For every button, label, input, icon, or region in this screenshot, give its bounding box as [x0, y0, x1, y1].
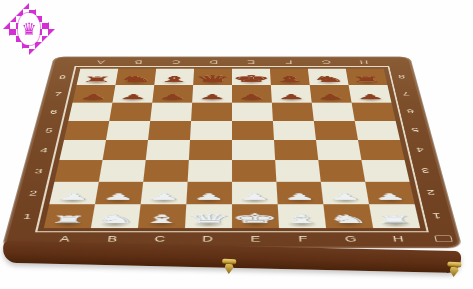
piece-shadow [240, 221, 271, 228]
square-f3 [275, 160, 321, 181]
square-e4 [232, 140, 275, 160]
square-c1: ♝ [138, 204, 186, 228]
square-d6 [191, 103, 232, 121]
clasp-hinge [447, 262, 461, 268]
piece-shadow [200, 80, 226, 85]
square-c7: ♟ [152, 85, 193, 102]
file-label-h: H [344, 58, 383, 67]
square-b2: ♟ [95, 182, 143, 205]
square-c8: ♝ [154, 69, 194, 85]
piece-shadow [159, 97, 186, 102]
square-b7: ♟ [112, 85, 154, 102]
square-f5 [273, 121, 316, 140]
square-d4 [189, 140, 232, 160]
square-h3 [361, 160, 409, 181]
piece-shadow [57, 197, 89, 204]
file-label-a: A [81, 58, 120, 67]
brass-clasp-right [446, 262, 461, 280]
rank-label-8: 8 [388, 69, 414, 85]
piece-clear-knight-b1: ♞ [67, 213, 164, 224]
piece-clear-bishop-f1: ♝ [254, 213, 350, 224]
piece-shadow [148, 197, 179, 204]
square-f7: ♟ [271, 85, 312, 102]
square-h6 [352, 103, 396, 121]
file-label-e: E [232, 231, 280, 245]
piece-clear-pawn-e2: ♟ [208, 192, 301, 201]
piece-shadow [357, 97, 384, 102]
piece-shadow [119, 97, 146, 102]
file-label-d: D [184, 231, 232, 245]
square-b4 [103, 140, 148, 160]
file-label-h: H [374, 231, 425, 245]
square-g1: ♞ [323, 204, 373, 228]
rank-label-8: 8 [50, 69, 76, 85]
piece-shadow [194, 197, 224, 204]
piece-clear-pawn-g2: ♟ [298, 192, 392, 201]
square-a4 [59, 140, 106, 160]
square-e2: ♟ [232, 182, 278, 205]
square-h1: ♜ [369, 204, 420, 228]
piece-shadow [146, 221, 178, 228]
square-f8: ♝ [270, 69, 310, 85]
rank-label-6: 6 [396, 103, 424, 121]
piece-clear-pawn-b2: ♟ [72, 192, 166, 201]
file-label-e: E [232, 58, 270, 67]
square-b1: ♞ [91, 204, 141, 228]
rank-label-6: 6 [40, 103, 68, 121]
square-g5 [314, 121, 358, 140]
square-b8: ♞ [115, 69, 156, 85]
square-g8: ♞ [308, 69, 349, 85]
square-a1: ♜ [44, 204, 95, 228]
piece-shadow [316, 80, 342, 85]
rank-label-5: 5 [400, 121, 429, 140]
square-e5 [232, 121, 274, 140]
piece-shadow [103, 197, 134, 204]
rank-label-2: 2 [18, 182, 49, 205]
rank-label-1: 1 [11, 204, 44, 228]
square-g3 [318, 160, 365, 181]
square-b3 [99, 160, 146, 181]
square-h5 [355, 121, 400, 140]
piece-clear-king-e1: ♚ [207, 212, 303, 225]
square-d1: ♛ [185, 204, 232, 228]
square-c4 [146, 140, 190, 160]
piece-clear-pawn-c2: ♟ [117, 192, 210, 201]
piece-shadow [330, 197, 361, 204]
rank-label-2: 2 [415, 182, 446, 205]
square-d2: ♟ [186, 182, 232, 205]
file-label-f: F [279, 231, 328, 245]
piece-shadow [238, 80, 264, 85]
square-h7: ♟ [349, 85, 392, 102]
piece-shadow [239, 97, 266, 102]
file-label-c: C [156, 58, 194, 67]
square-d7: ♟ [192, 85, 232, 102]
square-h4 [358, 140, 405, 160]
photo-scene: ♛ 87654321 87654321 ABCDEFGH ABCDEFGH ♜♞… [0, 0, 473, 289]
piece-shadow [286, 221, 318, 228]
file-label-f: F [269, 58, 307, 67]
piece-clear-pawn-d2: ♟ [163, 192, 256, 201]
rank-label-3: 3 [410, 160, 440, 181]
piece-shadow [99, 221, 131, 228]
rank-label-5: 5 [35, 121, 64, 140]
piece-shadow [375, 197, 407, 204]
piece-shadow [354, 80, 381, 85]
square-c5 [148, 121, 191, 140]
square-g7: ♟ [310, 85, 352, 102]
square-b5 [106, 121, 150, 140]
square-a2: ♟ [49, 182, 99, 205]
rank-label-7: 7 [45, 85, 72, 102]
piece-shadow [240, 197, 270, 204]
square-a5 [64, 121, 109, 140]
piece-shadow [285, 197, 316, 204]
square-e8: ♚ [232, 69, 271, 85]
logo-queen-badge: ♛ [18, 13, 40, 45]
square-c2: ♟ [141, 182, 188, 205]
clasp-drop [224, 264, 233, 274]
file-labels-top: ABCDEFGH [81, 58, 384, 67]
clasp-drop [449, 267, 459, 278]
piece-clear-pawn-f2: ♟ [253, 192, 346, 201]
file-label-g: G [307, 58, 346, 67]
square-e3 [232, 160, 276, 181]
piece-shadow [278, 97, 305, 102]
piece-clear-queen-d1: ♛ [161, 212, 257, 224]
square-e7: ♟ [232, 85, 272, 102]
piece-clear-knight-g1: ♞ [300, 213, 397, 224]
square-g2: ♟ [321, 182, 369, 205]
chess-board: 87654321 87654321 ABCDEFGH ABCDEFGH ♜♞♝♛… [3, 57, 462, 248]
piece-shadow [161, 80, 187, 85]
piece-shadow [52, 221, 85, 228]
board-squares: ♜♞♝♛♚♝♞♜♟♟♟♟♟♟♟♟♟♟♟♟♟♟♟♟♜♞♝♛♚♝♞♜ [44, 69, 420, 229]
square-c3 [143, 160, 189, 181]
square-d3 [188, 160, 232, 181]
piece-shadow [83, 80, 110, 85]
square-b6 [109, 103, 152, 121]
piece-shadow [333, 221, 365, 228]
piece-shadow [277, 80, 303, 85]
rank-label-4: 4 [30, 140, 59, 160]
square-e6 [232, 103, 273, 121]
square-f1: ♝ [278, 204, 326, 228]
square-d5 [190, 121, 232, 140]
square-f6 [272, 103, 314, 121]
piece-shadow [122, 80, 148, 85]
square-g4 [316, 140, 361, 160]
piece-shadow [199, 97, 226, 102]
clasp-hinge [222, 259, 236, 264]
piece-shadow [380, 221, 413, 228]
queen-icon: ♛ [21, 21, 36, 38]
square-a8: ♜ [77, 69, 119, 85]
square-c6 [150, 103, 192, 121]
square-f2: ♟ [276, 182, 323, 205]
square-d8: ♛ [193, 69, 232, 85]
square-a7: ♟ [73, 85, 116, 102]
rank-label-7: 7 [392, 85, 419, 102]
rank-label-1: 1 [420, 204, 453, 228]
square-a3 [54, 160, 102, 181]
square-g6 [312, 103, 355, 121]
file-label-g: G [326, 231, 376, 245]
square-h2: ♟ [365, 182, 415, 205]
rank-label-3: 3 [24, 160, 54, 181]
brass-clasp-left [222, 259, 237, 276]
rank-label-4: 4 [405, 140, 434, 160]
square-a6 [68, 103, 112, 121]
piece-shadow [318, 97, 345, 102]
piece-clear-bishop-c1: ♝ [114, 213, 210, 224]
file-label-d: D [194, 58, 232, 67]
square-f4 [274, 140, 318, 160]
board-brand-stamp [434, 236, 453, 243]
square-e1: ♚ [232, 204, 279, 228]
piece-shadow [79, 97, 106, 102]
chess-shop-logo: ♛ [1, 1, 57, 57]
piece-shadow [193, 221, 224, 228]
square-h8: ♜ [346, 69, 388, 85]
file-label-b: B [119, 58, 158, 67]
